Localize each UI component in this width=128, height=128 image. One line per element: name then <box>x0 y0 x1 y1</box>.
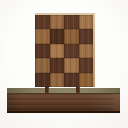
board-square <box>50 15 65 29</box>
board-square <box>79 29 94 43</box>
board-square <box>35 73 50 87</box>
board-square <box>79 15 94 29</box>
plinth-right-end-face <box>114 94 120 111</box>
board-square <box>35 29 50 43</box>
board-square <box>50 73 65 87</box>
scene <box>0 0 128 128</box>
board-square <box>79 58 94 72</box>
board-square <box>64 58 79 72</box>
plinth <box>7 88 120 114</box>
board-square <box>50 29 65 43</box>
board-square <box>50 58 65 72</box>
checkerboard-panel <box>35 13 95 87</box>
board-square <box>35 44 50 58</box>
plinth-front-face <box>7 94 120 113</box>
board-square <box>64 15 79 29</box>
board-grid <box>35 15 93 87</box>
board-square <box>35 58 50 72</box>
board-square <box>64 29 79 43</box>
board-square <box>50 44 65 58</box>
panel-right-side-edge <box>93 13 95 87</box>
board-square <box>79 44 94 58</box>
board-square <box>64 73 79 87</box>
board-square <box>35 15 50 29</box>
board-square <box>64 44 79 58</box>
board-square <box>79 73 94 87</box>
